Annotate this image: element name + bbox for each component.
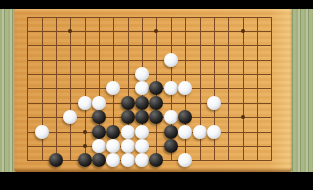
black-stone (149, 153, 163, 167)
black-stone (106, 125, 120, 139)
white-stone (121, 125, 135, 139)
star-point (241, 115, 245, 119)
letterbox-bar-top (0, 0, 313, 9)
black-stone (78, 153, 92, 167)
black-stone (92, 110, 106, 124)
white-stone (193, 125, 207, 139)
marker-dot (83, 130, 87, 134)
white-stone (207, 125, 221, 139)
white-stone (135, 81, 149, 95)
black-stone (121, 96, 135, 110)
white-stone (121, 153, 135, 167)
white-stone (178, 125, 192, 139)
white-stone (106, 139, 120, 153)
white-stone (135, 139, 149, 153)
black-stone (149, 110, 163, 124)
marker-dot (83, 144, 87, 148)
letterbox-bar-bottom (0, 172, 313, 190)
white-stone (92, 96, 106, 110)
white-stone (35, 125, 49, 139)
grid-horizontal-line (27, 60, 272, 61)
grid-horizontal-line (27, 132, 272, 133)
black-stone (149, 96, 163, 110)
black-stone (135, 96, 149, 110)
black-stone (164, 125, 178, 139)
white-stone (92, 139, 106, 153)
black-stone (92, 153, 106, 167)
black-stone (164, 139, 178, 153)
white-stone (63, 110, 77, 124)
white-stone (106, 153, 120, 167)
go-board[interactable] (14, 9, 292, 172)
black-stone (49, 153, 63, 167)
black-stone (121, 110, 135, 124)
white-stone (135, 125, 149, 139)
white-stone (135, 67, 149, 81)
star-point (241, 29, 245, 33)
star-point (154, 29, 158, 33)
white-stone (164, 53, 178, 67)
white-stone (135, 153, 149, 167)
grid-horizontal-line (27, 31, 272, 32)
white-stone (178, 153, 192, 167)
black-stone (178, 110, 192, 124)
white-stone (164, 110, 178, 124)
grid-horizontal-line (27, 74, 272, 75)
white-stone (78, 96, 92, 110)
video-frame (0, 0, 313, 190)
star-point (68, 29, 72, 33)
white-stone (121, 139, 135, 153)
white-stone (207, 96, 221, 110)
black-stone (149, 81, 163, 95)
white-stone (178, 81, 192, 95)
black-stone (92, 125, 106, 139)
white-stone (106, 81, 120, 95)
white-stone (164, 81, 178, 95)
grid-horizontal-line (27, 17, 272, 18)
grid-horizontal-line (27, 45, 272, 46)
grid-horizontal-line (27, 146, 272, 147)
black-stone (135, 110, 149, 124)
